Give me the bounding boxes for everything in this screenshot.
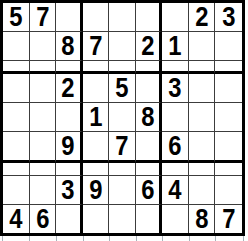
given-digit: 2: [195, 3, 208, 31]
cell-r6c4[interactable]: [83, 132, 110, 163]
given-digit: 6: [168, 132, 181, 160]
cell-r9c9[interactable]: 7: [215, 205, 242, 233]
cell-r5c8[interactable]: [189, 103, 216, 132]
cell-r3c4[interactable]: [83, 61, 110, 74]
given-digit: 5: [9, 3, 22, 31]
cell-r5c5[interactable]: [109, 103, 136, 132]
cell-r2c2[interactable]: [30, 32, 57, 61]
cell-r7c2[interactable]: [30, 163, 57, 176]
cell-r8c1[interactable]: [3, 176, 30, 205]
given-digit: 8: [141, 103, 154, 131]
cell-r3c6[interactable]: [136, 61, 163, 74]
sudoku-board: 572387212531897639644687: [0, 0, 245, 236]
cell-r8c6[interactable]: 6: [136, 176, 163, 205]
cell-r4c5[interactable]: 5: [109, 74, 136, 103]
cell-r6c8[interactable]: [189, 132, 216, 163]
given-digit: 2: [141, 32, 154, 60]
cell-r1c3[interactable]: [56, 3, 83, 32]
cell-r2c1[interactable]: [3, 32, 30, 61]
gridline-stubs: [0, 236, 248, 241]
gridline-stub: [56, 236, 57, 241]
given-digit: 8: [195, 205, 208, 233]
cell-r8c9[interactable]: [215, 176, 242, 205]
cell-r6c7[interactable]: 6: [162, 132, 189, 163]
gridline-stub: [2, 236, 3, 241]
cell-r4c4[interactable]: [83, 74, 110, 103]
cell-r9c5[interactable]: [109, 205, 136, 233]
given-digit: 5: [115, 74, 128, 102]
cell-r4c1[interactable]: [3, 74, 30, 103]
given-digit: 6: [141, 176, 154, 204]
cell-r4c9[interactable]: [215, 74, 242, 103]
cell-r2c9[interactable]: [215, 32, 242, 61]
sudoku-screenshot: 572387212531897639644687: [0, 0, 248, 241]
cell-r8c3[interactable]: 3: [56, 176, 83, 205]
cell-r3c9[interactable]: [215, 61, 242, 74]
given-digit: 7: [115, 132, 128, 160]
cell-r8c8[interactable]: [189, 176, 216, 205]
cell-r9c7[interactable]: [162, 205, 189, 233]
cell-r1c8[interactable]: 2: [189, 3, 216, 32]
cell-r6c6[interactable]: [136, 132, 163, 163]
cell-r6c1[interactable]: [3, 132, 30, 163]
cell-r2c6[interactable]: 2: [136, 32, 163, 61]
gridline-stub: [189, 236, 190, 241]
gridline-stub: [215, 236, 216, 241]
cell-r5c6[interactable]: 8: [136, 103, 163, 132]
given-digit: 3: [61, 176, 74, 204]
cell-r7c8[interactable]: [189, 163, 216, 176]
cell-r7c1[interactable]: [3, 163, 30, 176]
cell-r4c7[interactable]: 3: [162, 74, 189, 103]
cell-r4c3[interactable]: 2: [56, 74, 83, 103]
given-digit: 4: [168, 176, 181, 204]
gridline-stub: [109, 236, 110, 241]
cell-r3c2[interactable]: [30, 61, 57, 74]
cell-r9c8[interactable]: 8: [189, 205, 216, 233]
given-digit: 7: [36, 3, 49, 31]
gridline-stub: [83, 236, 84, 241]
cell-r2c3[interactable]: 8: [56, 32, 83, 61]
given-digit: 3: [222, 3, 235, 31]
gridline-stub: [29, 236, 30, 241]
given-digit: 1: [89, 103, 102, 131]
cell-r4c8[interactable]: [189, 74, 216, 103]
cell-r5c3[interactable]: [56, 103, 83, 132]
cell-r6c5[interactable]: 7: [109, 132, 136, 163]
cell-r6c9[interactable]: [215, 132, 242, 163]
cell-r9c1[interactable]: 4: [3, 205, 30, 233]
given-digit: 2: [61, 74, 74, 102]
cell-r8c7[interactable]: 4: [162, 176, 189, 205]
given-digit: 8: [61, 32, 74, 60]
cell-r9c2[interactable]: 6: [30, 205, 57, 233]
cell-r8c5[interactable]: [109, 176, 136, 205]
cell-r3c8[interactable]: [189, 61, 216, 74]
cell-r4c6[interactable]: [136, 74, 163, 103]
cell-r8c4[interactable]: 9: [83, 176, 110, 205]
cell-r1c2[interactable]: 7: [30, 3, 57, 32]
given-digit: 6: [36, 205, 49, 233]
cell-r5c9[interactable]: [215, 103, 242, 132]
cell-r2c5[interactable]: [109, 32, 136, 61]
cell-r1c7[interactable]: [162, 3, 189, 32]
cell-r7c5[interactable]: [109, 163, 136, 176]
cell-r1c4[interactable]: [83, 3, 110, 32]
cell-r6c3[interactable]: 9: [56, 132, 83, 163]
cell-r2c7[interactable]: 1: [162, 32, 189, 61]
given-digit: 9: [89, 176, 102, 204]
cell-r2c8[interactable]: [189, 32, 216, 61]
cell-r7c9[interactable]: [215, 163, 242, 176]
cell-r1c9[interactable]: 3: [215, 3, 242, 32]
cell-r2c4[interactable]: 7: [83, 32, 110, 61]
cell-r9c4[interactable]: [83, 205, 110, 233]
given-digit: 4: [9, 205, 22, 233]
cell-r3c1[interactable]: [3, 61, 30, 74]
cell-r1c5[interactable]: [109, 3, 136, 32]
gridline-stub: [162, 236, 163, 241]
given-digit: 1: [168, 32, 181, 60]
gridline-stub: [136, 236, 137, 241]
cell-r8c2[interactable]: [30, 176, 57, 205]
cell-r5c4[interactable]: 1: [83, 103, 110, 132]
cell-r6c2[interactable]: [30, 132, 57, 163]
given-digit: 9: [61, 132, 74, 160]
cell-r5c2[interactable]: [30, 103, 57, 132]
cell-r5c7[interactable]: [162, 103, 189, 132]
given-digit: 7: [222, 205, 235, 233]
cell-r4c2[interactable]: [30, 74, 57, 103]
cell-r9c3[interactable]: [56, 205, 83, 233]
cell-r1c1[interactable]: 5: [3, 3, 30, 32]
given-digit: 3: [168, 74, 181, 102]
gridline-stub: [243, 236, 244, 241]
cell-r9c6[interactable]: [136, 205, 163, 233]
cell-r1c6[interactable]: [136, 3, 163, 32]
given-digit: 7: [89, 32, 102, 60]
cell-r5c1[interactable]: [3, 103, 30, 132]
